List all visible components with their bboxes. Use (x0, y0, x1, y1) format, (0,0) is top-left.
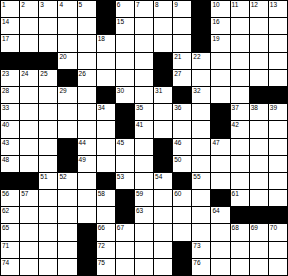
cell-r11c12[interactable] (211, 173, 229, 189)
cell-r9c2[interactable] (20, 139, 38, 155)
cell-r7c5[interactable] (78, 104, 96, 120)
cell-r8c8[interactable]: 41 (135, 121, 153, 137)
cell-r3c3[interactable] (39, 35, 57, 51)
cell-r5c10[interactable]: 27 (173, 70, 191, 86)
cell-r15c11[interactable]: 73 (192, 242, 210, 258)
cell-r10c1[interactable]: 48 (1, 156, 19, 172)
block-cell-r16c5 (78, 259, 96, 275)
clue-number: 63 (136, 207, 143, 214)
block-cell-r2c6 (97, 18, 115, 34)
cell-r12c3[interactable] (39, 190, 57, 206)
clue-number: 32 (193, 87, 200, 94)
clue-number: 75 (98, 259, 105, 266)
cell-r2c13[interactable] (231, 18, 249, 34)
cell-r11c8[interactable] (135, 173, 153, 189)
cell-r8c15[interactable] (269, 121, 287, 137)
cell-r15c9[interactable] (154, 242, 172, 258)
clue-number: 38 (251, 104, 258, 111)
cell-r12c5[interactable] (78, 190, 96, 206)
block-cell-r5c9 (154, 70, 172, 86)
clue-number: 31 (155, 87, 162, 94)
cell-r1c9[interactable]: 8 (154, 1, 172, 17)
clue-number: 3 (40, 1, 44, 8)
cell-r4c6[interactable] (97, 53, 115, 69)
cell-r8c9[interactable] (154, 121, 172, 137)
clue-number: 13 (270, 1, 277, 8)
cell-r14c11[interactable] (192, 224, 210, 240)
cell-r6c4[interactable]: 29 (58, 87, 76, 103)
cell-r7c4[interactable] (58, 104, 76, 120)
cell-r14c10[interactable] (173, 224, 191, 240)
cell-r2c9[interactable] (154, 18, 172, 34)
cell-r16c13[interactable] (231, 259, 249, 275)
cell-r1c3[interactable]: 3 (39, 1, 57, 17)
cell-r13c9[interactable] (154, 207, 172, 223)
cell-r4c13[interactable] (231, 53, 249, 69)
clue-number: 42 (232, 121, 239, 128)
cell-r11c5[interactable] (78, 173, 96, 189)
cell-r11c13[interactable] (231, 173, 249, 189)
clue-number: 33 (2, 104, 9, 111)
cell-r10c5[interactable]: 49 (78, 156, 96, 172)
cell-r11c4[interactable]: 52 (58, 173, 76, 189)
clue-number: 34 (98, 104, 105, 111)
cell-r10c7[interactable] (116, 156, 134, 172)
cell-r3c9[interactable] (154, 35, 172, 51)
cell-r12c8[interactable]: 59 (135, 190, 153, 206)
cell-r10c11[interactable] (192, 156, 210, 172)
clue-number: 40 (2, 121, 9, 128)
block-cell-r4c1 (1, 53, 19, 69)
cell-r3c6[interactable]: 18 (97, 35, 115, 51)
cell-r15c14[interactable] (250, 242, 268, 258)
block-cell-r5c4 (58, 70, 76, 86)
cell-r3c7[interactable] (116, 35, 134, 51)
cell-r14c1[interactable]: 65 (1, 224, 19, 240)
cell-r12c9[interactable] (154, 190, 172, 206)
cell-r2c8[interactable] (135, 18, 153, 34)
cell-r7c9[interactable] (154, 104, 172, 120)
cell-r4c12[interactable] (211, 53, 229, 69)
block-cell-r10c9 (154, 156, 172, 172)
block-cell-r6c6 (97, 87, 115, 103)
clue-number: 23 (2, 70, 9, 77)
block-cell-r6c14 (250, 87, 268, 103)
block-cell-r12c12 (211, 190, 229, 206)
cell-r13c12[interactable]: 64 (211, 207, 229, 223)
clue-number: 54 (155, 173, 162, 180)
clue-number: 16 (212, 18, 219, 25)
cell-r3c1[interactable]: 17 (1, 35, 19, 51)
cell-r3c13[interactable] (231, 35, 249, 51)
cell-r12c6[interactable]: 58 (97, 190, 115, 206)
clue-number: 11 (232, 1, 239, 8)
cell-r4c4[interactable]: 20 (58, 53, 76, 69)
cell-r11c7[interactable]: 53 (116, 173, 134, 189)
cell-r15c15[interactable] (269, 242, 287, 258)
clue-number: 49 (79, 156, 86, 163)
cell-r4c5[interactable] (78, 53, 96, 69)
cell-r9c8[interactable] (135, 139, 153, 155)
cell-r2c4[interactable] (58, 18, 76, 34)
clue-number: 60 (174, 190, 181, 197)
cell-r15c1[interactable]: 71 (1, 242, 19, 258)
block-cell-r7c12 (211, 104, 229, 120)
cell-r9c15[interactable] (269, 139, 287, 155)
clue-number: 29 (59, 87, 66, 94)
cell-r5c14[interactable] (250, 70, 268, 86)
clue-number: 20 (59, 53, 66, 60)
cell-r11c11[interactable]: 55 (192, 173, 210, 189)
clue-number: 28 (2, 87, 9, 94)
clue-number: 50 (174, 156, 181, 163)
cell-r5c2[interactable]: 24 (20, 70, 38, 86)
cell-r15c3[interactable] (39, 242, 57, 258)
block-cell-r8c7 (116, 121, 134, 137)
block-cell-r1c11 (192, 1, 210, 17)
cell-r1c5[interactable]: 5 (78, 1, 96, 17)
cell-r12c10[interactable]: 60 (173, 190, 191, 206)
cell-r5c3[interactable]: 25 (39, 70, 57, 86)
cell-r14c6[interactable]: 66 (97, 224, 115, 240)
cell-r15c6[interactable]: 72 (97, 242, 115, 258)
cell-r13c1[interactable]: 62 (1, 207, 19, 223)
cell-r7c14[interactable]: 38 (250, 104, 268, 120)
block-cell-r13c7 (116, 207, 134, 223)
cell-r14c7[interactable]: 67 (116, 224, 134, 240)
cell-r8c2[interactable] (20, 121, 38, 137)
cell-r10c15[interactable] (269, 156, 287, 172)
cell-r11c14[interactable] (250, 173, 268, 189)
cell-r14c9[interactable] (154, 224, 172, 240)
cell-r13c4[interactable] (58, 207, 76, 223)
block-cell-r1c6 (97, 1, 115, 17)
cell-r10c10[interactable]: 50 (173, 156, 191, 172)
clue-number: 66 (98, 224, 105, 231)
cell-r3c5[interactable] (78, 35, 96, 51)
cell-r9c14[interactable] (250, 139, 268, 155)
clue-number: 47 (212, 139, 219, 146)
cell-r5c13[interactable] (231, 70, 249, 86)
block-cell-r9c4 (58, 139, 76, 155)
clue-number: 72 (98, 242, 105, 249)
cell-r6c1[interactable]: 28 (1, 87, 19, 103)
block-cell-r10c4 (58, 156, 76, 172)
cell-r6c2[interactable] (20, 87, 38, 103)
clue-number: 41 (136, 121, 143, 128)
block-cell-r13c15 (269, 207, 287, 223)
cell-r10c2[interactable] (20, 156, 38, 172)
cell-r2c1[interactable]: 14 (1, 18, 19, 34)
clue-number: 59 (136, 190, 143, 197)
cell-r12c13[interactable]: 61 (231, 190, 249, 206)
cell-r1c12[interactable]: 10 (211, 1, 229, 17)
clue-number: 58 (98, 190, 105, 197)
cell-r8c5[interactable] (78, 121, 96, 137)
cell-r1c4[interactable]: 4 (58, 1, 76, 17)
clue-number: 17 (2, 35, 9, 42)
cell-r2c2[interactable] (20, 18, 38, 34)
cell-r9c10[interactable]: 46 (173, 139, 191, 155)
cell-r3c14[interactable] (250, 35, 268, 51)
clue-number: 10 (212, 1, 219, 8)
cell-r11c3[interactable]: 51 (39, 173, 57, 189)
cell-r10c8[interactable] (135, 156, 153, 172)
block-cell-r2c11 (192, 18, 210, 34)
cell-r14c12[interactable] (211, 224, 229, 240)
block-cell-r6c10 (173, 87, 191, 103)
clue-number: 30 (117, 87, 124, 94)
block-cell-r14c5 (78, 224, 96, 240)
cell-r11c15[interactable] (269, 173, 287, 189)
clue-number: 57 (21, 190, 28, 197)
cell-r3c10[interactable] (173, 35, 191, 51)
clue-number: 21 (174, 53, 181, 60)
clue-number: 27 (174, 70, 181, 77)
cell-r16c8[interactable] (135, 259, 153, 275)
cell-r14c13[interactable]: 68 (231, 224, 249, 240)
cell-r12c2[interactable]: 57 (20, 190, 38, 206)
cell-r10c6[interactable] (97, 156, 115, 172)
clue-number: 44 (79, 139, 86, 146)
cell-r16c7[interactable] (116, 259, 134, 275)
cell-r2c10[interactable] (173, 18, 191, 34)
cell-r9c13[interactable] (231, 139, 249, 155)
cell-r14c3[interactable] (39, 224, 57, 240)
clue-number: 52 (59, 173, 66, 180)
cell-r5c8[interactable] (135, 70, 153, 86)
cell-r16c11[interactable]: 76 (192, 259, 210, 275)
cell-r12c14[interactable] (250, 190, 268, 206)
cell-r5c6[interactable] (97, 70, 115, 86)
cell-r8c6[interactable] (97, 121, 115, 137)
cell-r3c15[interactable] (269, 35, 287, 51)
clue-number: 1 (2, 1, 6, 8)
cell-r9c1[interactable]: 43 (1, 139, 19, 155)
cell-r4c7[interactable] (116, 53, 134, 69)
cell-r12c1[interactable]: 56 (1, 190, 19, 206)
cell-r7c11[interactable] (192, 104, 210, 120)
cell-r11c9[interactable]: 54 (154, 173, 172, 189)
cell-r1c2[interactable]: 2 (20, 1, 38, 17)
cell-r9c5[interactable]: 44 (78, 139, 96, 155)
clue-number: 5 (79, 1, 83, 8)
cell-r9c6[interactable] (97, 139, 115, 155)
clue-number: 45 (117, 139, 124, 146)
cell-r2c12[interactable]: 16 (211, 18, 229, 34)
cell-r9c11[interactable] (192, 139, 210, 155)
cell-r16c1[interactable]: 74 (1, 259, 19, 275)
cell-r4c11[interactable]: 22 (192, 53, 210, 69)
cell-r5c5[interactable]: 26 (78, 70, 96, 86)
clue-number: 12 (251, 1, 258, 8)
cell-r6c12[interactable] (211, 87, 229, 103)
cell-r12c4[interactable] (58, 190, 76, 206)
cell-r2c7[interactable]: 15 (116, 18, 134, 34)
cell-r15c2[interactable] (20, 242, 38, 258)
cell-r2c5[interactable] (78, 18, 96, 34)
cell-r6c5[interactable] (78, 87, 96, 103)
cell-r5c12[interactable] (211, 70, 229, 86)
clue-number: 4 (59, 1, 63, 8)
cell-r1c15[interactable]: 13 (269, 1, 287, 17)
cell-r1c7[interactable]: 6 (116, 1, 134, 17)
cell-r10c13[interactable] (231, 156, 249, 172)
cell-r6c7[interactable]: 30 (116, 87, 134, 103)
cell-r13c8[interactable]: 63 (135, 207, 153, 223)
clue-number: 6 (117, 1, 121, 8)
clue-number: 65 (2, 224, 9, 231)
clue-number: 39 (270, 104, 277, 111)
block-cell-r11c1 (1, 173, 19, 189)
cell-r5c11[interactable] (192, 70, 210, 86)
cell-r3c8[interactable] (135, 35, 153, 51)
clue-number: 74 (2, 259, 9, 266)
clue-number: 7 (136, 1, 140, 8)
cell-r6c11[interactable]: 32 (192, 87, 210, 103)
clue-number: 51 (40, 173, 47, 180)
cell-r14c2[interactable] (20, 224, 38, 240)
cell-r8c4[interactable] (58, 121, 76, 137)
cell-r1c13[interactable]: 11 (231, 1, 249, 17)
cell-r1c1[interactable]: 1 (1, 1, 19, 17)
cell-r10c14[interactable] (250, 156, 268, 172)
cell-r6c9[interactable]: 31 (154, 87, 172, 103)
clue-number: 67 (117, 224, 124, 231)
cell-r16c15[interactable] (269, 259, 287, 275)
cell-r5c1[interactable]: 23 (1, 70, 19, 86)
clue-number: 43 (2, 139, 9, 146)
cell-r16c4[interactable] (58, 259, 76, 275)
block-cell-r4c9 (154, 53, 172, 69)
cell-r1c14[interactable]: 12 (250, 1, 268, 17)
clue-number: 69 (251, 224, 258, 231)
clue-number: 68 (232, 224, 239, 231)
cell-r13c2[interactable] (20, 207, 38, 223)
cell-r4c10[interactable]: 21 (173, 53, 191, 69)
cell-r4c14[interactable] (250, 53, 268, 69)
block-cell-r7c7 (116, 104, 134, 120)
clue-number: 24 (21, 70, 28, 77)
block-cell-r6c15 (269, 87, 287, 103)
block-cell-r11c10 (173, 173, 191, 189)
cell-r13c6[interactable] (97, 207, 115, 223)
clue-number: 70 (270, 224, 277, 231)
cell-r7c13[interactable]: 37 (231, 104, 249, 120)
cell-r8c11[interactable] (192, 121, 210, 137)
cell-r1c10[interactable]: 9 (173, 1, 191, 17)
cell-r7c3[interactable] (39, 104, 57, 120)
clue-number: 64 (212, 207, 219, 214)
cell-r5c15[interactable] (269, 70, 287, 86)
block-cell-r8c12 (211, 121, 229, 137)
cell-r15c4[interactable] (58, 242, 76, 258)
cell-r16c3[interactable] (39, 259, 57, 275)
clue-number: 62 (2, 207, 9, 214)
cell-r12c11[interactable] (192, 190, 210, 206)
cell-r16c2[interactable] (20, 259, 38, 275)
clue-number: 53 (117, 173, 124, 180)
cell-r8c14[interactable] (250, 121, 268, 137)
cell-r7c6[interactable]: 34 (97, 104, 115, 120)
clue-number: 56 (2, 190, 9, 197)
clue-number: 15 (117, 18, 124, 25)
cell-r16c14[interactable] (250, 259, 268, 275)
cell-r15c12[interactable] (211, 242, 229, 258)
cell-r6c3[interactable] (39, 87, 57, 103)
cell-r4c15[interactable] (269, 53, 287, 69)
cell-r8c3[interactable] (39, 121, 57, 137)
cell-r9c12[interactable]: 47 (211, 139, 229, 155)
cell-r7c2[interactable] (20, 104, 38, 120)
cell-r16c9[interactable] (154, 259, 172, 275)
clue-number: 2 (21, 1, 25, 8)
cell-r14c14[interactable]: 69 (250, 224, 268, 240)
clue-number: 61 (232, 190, 239, 197)
clue-number: 35 (136, 104, 143, 111)
cell-r12c15[interactable] (269, 190, 287, 206)
block-cell-r15c5 (78, 242, 96, 258)
cell-r7c1[interactable]: 33 (1, 104, 19, 120)
cell-r13c10[interactable] (173, 207, 191, 223)
cell-r9c3[interactable] (39, 139, 57, 155)
block-cell-r4c3 (39, 53, 57, 69)
clue-number: 14 (2, 18, 9, 25)
cell-r13c5[interactable] (78, 207, 96, 223)
cell-r8c10[interactable] (173, 121, 191, 137)
cell-r6c13[interactable] (231, 87, 249, 103)
block-cell-r15c10 (173, 242, 191, 258)
cell-r13c3[interactable] (39, 207, 57, 223)
cell-r15c7[interactable] (116, 242, 134, 258)
cell-r6c8[interactable] (135, 87, 153, 103)
cell-r4c8[interactable] (135, 53, 153, 69)
cell-r5c7[interactable] (116, 70, 134, 86)
cell-r3c2[interactable] (20, 35, 38, 51)
cell-r7c10[interactable]: 36 (173, 104, 191, 120)
cell-r3c12[interactable]: 19 (211, 35, 229, 51)
block-cell-r13c13 (231, 207, 249, 223)
clue-number: 46 (174, 139, 181, 146)
cell-r2c3[interactable] (39, 18, 57, 34)
clue-number: 48 (2, 156, 9, 163)
cell-r10c12[interactable] (211, 156, 229, 172)
cell-r9c7[interactable]: 45 (116, 139, 134, 155)
cell-r16c6[interactable]: 75 (97, 259, 115, 275)
cell-r14c4[interactable] (58, 224, 76, 240)
cell-r16c12[interactable] (211, 259, 229, 275)
block-cell-r11c2 (20, 173, 38, 189)
cell-r15c13[interactable] (231, 242, 249, 258)
clue-number: 73 (193, 242, 200, 249)
cell-r14c15[interactable]: 70 (269, 224, 287, 240)
cell-r8c13[interactable]: 42 (231, 121, 249, 137)
cell-r3c4[interactable] (58, 35, 76, 51)
block-cell-r11c6 (97, 173, 115, 189)
cell-r15c8[interactable] (135, 242, 153, 258)
cell-r14c8[interactable] (135, 224, 153, 240)
cell-r2c15[interactable] (269, 18, 287, 34)
cell-r8c1[interactable]: 40 (1, 121, 19, 137)
cell-r2c14[interactable] (250, 18, 268, 34)
cell-r7c15[interactable]: 39 (269, 104, 287, 120)
cell-r10c3[interactable] (39, 156, 57, 172)
cell-r13c11[interactable] (192, 207, 210, 223)
cell-r1c8[interactable]: 7 (135, 1, 153, 17)
clue-number: 26 (79, 70, 86, 77)
cell-r7c8[interactable]: 35 (135, 104, 153, 120)
clue-number: 8 (155, 1, 159, 8)
